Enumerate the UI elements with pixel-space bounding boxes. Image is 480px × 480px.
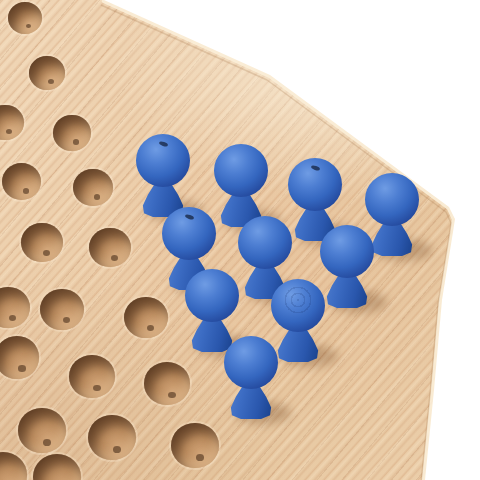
peg-head <box>288 158 342 211</box>
photo-canvas <box>0 0 480 480</box>
peg-hole[interactable] <box>33 454 82 480</box>
peg-hole[interactable] <box>0 105 24 140</box>
peg-head <box>136 134 190 187</box>
peg-head <box>185 269 239 322</box>
peg-head <box>320 225 374 278</box>
peg-hole[interactable] <box>0 287 30 328</box>
peg-hole[interactable] <box>0 452 27 480</box>
peg-hole[interactable] <box>2 163 41 200</box>
peg-hole[interactable] <box>53 115 90 151</box>
peg-head <box>365 173 419 226</box>
peg-hole[interactable] <box>29 56 64 90</box>
peg-hole[interactable] <box>88 415 135 460</box>
peg-hole[interactable] <box>73 169 112 206</box>
peg-hole[interactable] <box>8 2 42 34</box>
peg-hole[interactable] <box>0 336 39 379</box>
peg-hole[interactable] <box>40 289 83 330</box>
peg-hole[interactable] <box>89 228 130 267</box>
peg-head <box>162 207 216 260</box>
peg-head <box>238 216 292 269</box>
peg-head <box>214 144 268 197</box>
peg-head <box>224 336 278 389</box>
blue-peg[interactable] <box>219 336 283 436</box>
peg-hole[interactable] <box>171 423 219 468</box>
peg-hole[interactable] <box>69 355 114 398</box>
peg-hole[interactable] <box>18 408 65 453</box>
peg-head <box>271 279 325 332</box>
game-board <box>0 0 480 480</box>
peg-hole[interactable] <box>21 223 62 262</box>
